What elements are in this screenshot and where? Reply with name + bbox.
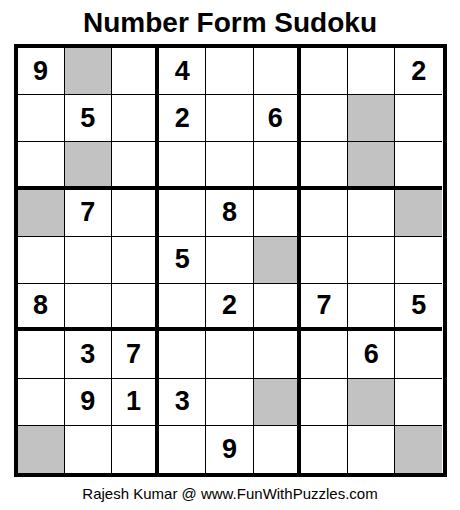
cell-r9c2[interactable] <box>65 426 112 473</box>
cell-r6c9[interactable]: 5 <box>395 284 442 331</box>
cell-r4c3[interactable] <box>112 190 159 237</box>
cell-r5c3[interactable] <box>112 237 159 284</box>
cell-r3c3[interactable] <box>112 142 159 189</box>
cell-r3c5[interactable] <box>206 142 253 189</box>
cell-r7c8[interactable]: 6 <box>348 331 395 378</box>
cell-r7c9[interactable] <box>395 331 442 378</box>
cell-r5c6[interactable] <box>254 237 301 284</box>
cell-r5c2[interactable] <box>65 237 112 284</box>
cell-r2c6[interactable]: 6 <box>254 95 301 142</box>
cell-r5c1[interactable] <box>18 237 65 284</box>
cell-r1c1[interactable]: 9 <box>18 48 65 95</box>
cell-r1c7[interactable] <box>301 48 348 95</box>
cell-r9c3[interactable] <box>112 426 159 473</box>
cell-r5c9[interactable] <box>395 237 442 284</box>
cell-r4c8[interactable] <box>348 190 395 237</box>
cell-r3c6[interactable] <box>254 142 301 189</box>
cell-r2c2[interactable]: 5 <box>65 95 112 142</box>
cell-r3c1[interactable] <box>18 142 65 189</box>
cell-r4c1[interactable] <box>18 190 65 237</box>
cell-r5c5[interactable] <box>206 237 253 284</box>
cell-r8c2[interactable]: 9 <box>65 379 112 426</box>
sudoku-board: 94252678582753769139 <box>14 44 447 477</box>
cell-r8c8[interactable] <box>348 379 395 426</box>
cell-r5c7[interactable] <box>301 237 348 284</box>
cell-r6c4[interactable] <box>159 284 206 331</box>
cell-r1c5[interactable] <box>206 48 253 95</box>
cell-r9c1[interactable] <box>18 426 65 473</box>
cell-r7c2[interactable]: 3 <box>65 331 112 378</box>
cell-r7c5[interactable] <box>206 331 253 378</box>
cell-r6c8[interactable] <box>348 284 395 331</box>
cell-r2c7[interactable] <box>301 95 348 142</box>
cell-r2c5[interactable] <box>206 95 253 142</box>
cell-r1c6[interactable] <box>254 48 301 95</box>
cell-r7c7[interactable] <box>301 331 348 378</box>
cell-r9c7[interactable] <box>301 426 348 473</box>
cell-r7c1[interactable] <box>18 331 65 378</box>
cell-r2c4[interactable]: 2 <box>159 95 206 142</box>
puzzle-page: Number Form Sudoku 94252678582753769139 … <box>0 0 460 510</box>
cell-r4c6[interactable] <box>254 190 301 237</box>
cell-r8c4[interactable]: 3 <box>159 379 206 426</box>
cell-r8c5[interactable] <box>206 379 253 426</box>
cell-r6c5[interactable]: 2 <box>206 284 253 331</box>
cell-r5c4[interactable]: 5 <box>159 237 206 284</box>
cell-r4c2[interactable]: 7 <box>65 190 112 237</box>
cell-r9c6[interactable] <box>254 426 301 473</box>
cell-r6c1[interactable]: 8 <box>18 284 65 331</box>
cell-r3c4[interactable] <box>159 142 206 189</box>
cell-r8c1[interactable] <box>18 379 65 426</box>
puzzle-title: Number Form Sudoku <box>0 0 460 39</box>
cell-r7c4[interactable] <box>159 331 206 378</box>
cell-r4c5[interactable]: 8 <box>206 190 253 237</box>
credit-text: Rajesh Kumar @ www.FunWithPuzzles.com <box>0 485 460 502</box>
cell-r4c4[interactable] <box>159 190 206 237</box>
cell-r5c8[interactable] <box>348 237 395 284</box>
cell-r3c2[interactable] <box>65 142 112 189</box>
cell-r9c8[interactable] <box>348 426 395 473</box>
cell-r8c7[interactable] <box>301 379 348 426</box>
cell-r1c9[interactable]: 2 <box>395 48 442 95</box>
cell-r2c1[interactable] <box>18 95 65 142</box>
cell-r1c3[interactable] <box>112 48 159 95</box>
cell-r2c9[interactable] <box>395 95 442 142</box>
cell-r1c2[interactable] <box>65 48 112 95</box>
cell-r8c6[interactable] <box>254 379 301 426</box>
cell-r8c9[interactable] <box>395 379 442 426</box>
cell-r6c3[interactable] <box>112 284 159 331</box>
cell-r6c6[interactable] <box>254 284 301 331</box>
cell-r2c3[interactable] <box>112 95 159 142</box>
cell-r1c8[interactable] <box>348 48 395 95</box>
cell-r6c7[interactable]: 7 <box>301 284 348 331</box>
cell-r9c4[interactable] <box>159 426 206 473</box>
cell-r3c9[interactable] <box>395 142 442 189</box>
cell-r3c7[interactable] <box>301 142 348 189</box>
cell-r4c9[interactable] <box>395 190 442 237</box>
cell-r8c3[interactable]: 1 <box>112 379 159 426</box>
cell-r9c5[interactable]: 9 <box>206 426 253 473</box>
cell-r1c4[interactable]: 4 <box>159 48 206 95</box>
cell-r7c3[interactable]: 7 <box>112 331 159 378</box>
cell-r3c8[interactable] <box>348 142 395 189</box>
cell-r7c6[interactable] <box>254 331 301 378</box>
cell-r2c8[interactable] <box>348 95 395 142</box>
cell-r6c2[interactable] <box>65 284 112 331</box>
cell-r9c9[interactable] <box>395 426 442 473</box>
cell-r4c7[interactable] <box>301 190 348 237</box>
